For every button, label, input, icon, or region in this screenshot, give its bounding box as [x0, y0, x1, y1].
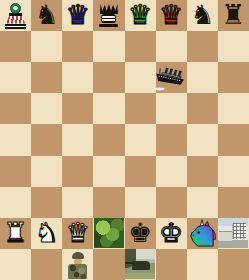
- square-h1[interactable]: [218, 249, 249, 280]
- square-e3[interactable]: [125, 187, 156, 218]
- unicorn-nostril: [192, 234, 194, 236]
- piece-green-queen[interactable]: ♛: [125, 0, 156, 31]
- square-f5[interactable]: [156, 124, 187, 155]
- starbucks-cup-rook: [5, 3, 26, 29]
- square-a1[interactable]: [0, 249, 31, 280]
- foliage-photo-tile: [94, 218, 124, 248]
- low-building: [219, 231, 232, 241]
- square-e2[interactable]: ♚: [125, 218, 156, 249]
- game-board: ♞♛ ♛♛♞♜ ♜♞♛ ♚♚: [0, 0, 249, 280]
- square-f8[interactable]: [156, 31, 187, 62]
- piece-base: [99, 24, 118, 27]
- square-f2[interactable]: ♚: [156, 218, 187, 249]
- square-c6[interactable]: [62, 93, 93, 124]
- square-b5[interactable]: [31, 124, 62, 155]
- soldier-photo-tile: [63, 249, 93, 279]
- piece-soldier-photo[interactable]: [62, 249, 93, 280]
- square-b6[interactable]: [31, 93, 62, 124]
- square-a3[interactable]: [0, 187, 31, 218]
- black-knight-glyph: ♞: [35, 1, 59, 28]
- square-b7[interactable]: [31, 62, 62, 93]
- square-c7[interactable]: [62, 62, 93, 93]
- square-b3[interactable]: [31, 187, 62, 218]
- square-d4[interactable]: [93, 156, 124, 187]
- square-c1[interactable]: [62, 249, 93, 280]
- square-e7[interactable]: [125, 62, 156, 93]
- square-h4[interactable]: [218, 156, 249, 187]
- piece-striped-queen[interactable]: [93, 0, 124, 31]
- square-d7[interactable]: [93, 62, 124, 93]
- piece-white-knight[interactable]: ♞: [31, 218, 62, 249]
- square-d6[interactable]: [93, 93, 124, 124]
- square-a6[interactable]: [0, 93, 31, 124]
- square-d9[interactable]: [93, 0, 124, 31]
- square-f6[interactable]: [156, 93, 187, 124]
- square-c5[interactable]: [62, 124, 93, 155]
- square-e5[interactable]: [125, 124, 156, 155]
- square-g8[interactable]: [187, 31, 218, 62]
- square-b1[interactable]: [31, 249, 62, 280]
- square-a7[interactable]: [0, 62, 31, 93]
- black-rook-glyph: ♜: [221, 1, 245, 28]
- piece-blue-queen[interactable]: ♛: [62, 0, 93, 31]
- wake-splash: [155, 88, 164, 91]
- square-c9[interactable]: ♛: [62, 0, 93, 31]
- white-king-glyph: ♚: [159, 219, 183, 246]
- fore-mast: [158, 69, 161, 75]
- square-c4[interactable]: [62, 156, 93, 187]
- piece-rainbow-unicorn[interactable]: [187, 218, 218, 249]
- soldier-camo-body: [68, 264, 87, 279]
- square-d8[interactable]: [93, 31, 124, 62]
- piece-black-king[interactable]: ♚: [125, 218, 156, 249]
- square-e6[interactable]: [125, 93, 156, 124]
- square-h5[interactable]: [218, 124, 249, 155]
- square-d1[interactable]: [93, 249, 124, 280]
- square-h2[interactable]: [218, 218, 249, 249]
- square-d2[interactable]: [93, 218, 124, 249]
- square-h8[interactable]: [218, 31, 249, 62]
- square-e1[interactable]: [125, 249, 156, 280]
- tank-hull: [132, 261, 150, 270]
- piece-titanic-ship[interactable]: [156, 62, 187, 93]
- square-a2[interactable]: ♜: [0, 218, 31, 249]
- piece-red-queen[interactable]: ♛: [156, 0, 187, 31]
- square-b2[interactable]: ♞: [31, 218, 62, 249]
- tank-barrel: [125, 262, 134, 264]
- striped-gown: [101, 14, 116, 23]
- square-c2[interactable]: ♛: [62, 218, 93, 249]
- square-f4[interactable]: [156, 156, 187, 187]
- white-knight-glyph: ♞: [35, 219, 59, 246]
- square-g7[interactable]: [187, 62, 218, 93]
- rainbow-unicorn-image: [188, 219, 217, 248]
- piece-white-rook[interactable]: ♜: [0, 218, 31, 249]
- square-g6[interactable]: [187, 93, 218, 124]
- square-f7[interactable]: [156, 62, 187, 93]
- square-b8[interactable]: [31, 31, 62, 62]
- piece-leaves-photo[interactable]: [93, 218, 124, 249]
- square-h6[interactable]: [218, 93, 249, 124]
- green-logo-disc: [10, 3, 21, 14]
- square-d5[interactable]: [93, 124, 124, 155]
- square-g4[interactable]: [187, 156, 218, 187]
- square-g1[interactable]: [187, 249, 218, 280]
- ship-graphic: [153, 62, 187, 93]
- square-c3[interactable]: [62, 187, 93, 218]
- square-b4[interactable]: [31, 156, 62, 187]
- square-g5[interactable]: [187, 124, 218, 155]
- white-rook-glyph: ♜: [3, 219, 27, 246]
- unicorn-graphic: [188, 219, 217, 248]
- piece-white-queen[interactable]: ♛: [62, 218, 93, 249]
- square-g9[interactable]: ♞: [187, 0, 218, 31]
- piece-base: [5, 24, 26, 29]
- ocean-liner-image: [153, 62, 187, 93]
- square-h3[interactable]: [218, 187, 249, 218]
- square-f9[interactable]: ♛: [156, 0, 187, 31]
- square-b9[interactable]: ♞: [31, 0, 62, 31]
- unicorn-eye: [197, 231, 200, 234]
- building-photo-tile: [218, 218, 248, 248]
- piece-black-rook[interactable]: ♜: [218, 0, 249, 31]
- black-knight-glyph: ♞: [190, 1, 214, 28]
- white-queen-glyph: ♛: [66, 219, 90, 246]
- square-a8[interactable]: [0, 31, 31, 62]
- square-h9[interactable]: ♜: [218, 0, 249, 31]
- square-h7[interactable]: [218, 62, 249, 93]
- square-e9[interactable]: ♛: [125, 0, 156, 31]
- red-queen-glyph: ♛: [159, 1, 183, 28]
- piece-black-knight[interactable]: ♞: [31, 0, 62, 31]
- square-g2[interactable]: [187, 218, 218, 249]
- piece-starbucks-rook[interactable]: [0, 0, 31, 31]
- square-a9[interactable]: [0, 0, 31, 31]
- square-c8[interactable]: [62, 31, 93, 62]
- blue-queen-glyph: ♛: [66, 1, 90, 28]
- square-a5[interactable]: [0, 124, 31, 155]
- black-king-glyph: ♚: [128, 219, 152, 246]
- building-facade: [232, 223, 246, 239]
- piece-white-king[interactable]: ♚: [156, 218, 187, 249]
- tank-photo-tile: [125, 249, 155, 279]
- piece-tank-photo[interactable]: [125, 249, 156, 280]
- square-e4[interactable]: [125, 156, 156, 187]
- square-d3[interactable]: [93, 187, 124, 218]
- square-f1[interactable]: [156, 249, 187, 280]
- red-white-striped-skirt: [6, 16, 25, 24]
- green-queen-glyph: ♛: [128, 1, 152, 28]
- striped-queen-figure: [99, 4, 118, 27]
- square-f3[interactable]: [156, 187, 187, 218]
- queen-crown: [100, 4, 118, 14]
- soldier-helmet: [72, 252, 84, 259]
- square-e8[interactable]: [125, 31, 156, 62]
- piece-building-photo[interactable]: [218, 218, 249, 249]
- piece-black-knight[interactable]: ♞: [187, 0, 218, 31]
- square-a4[interactable]: [0, 156, 31, 187]
- square-g3[interactable]: [187, 187, 218, 218]
